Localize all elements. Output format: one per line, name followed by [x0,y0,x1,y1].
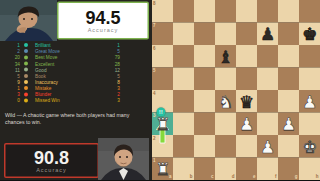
square-c4[interactable] [194,90,215,113]
legend-row-missed-win: 0Missed Win3 [7,97,120,103]
square-d5[interactable] [215,68,236,91]
bottom-player-portrait [98,138,149,180]
square-a1[interactable]: 1a♜ [152,158,173,181]
top-accuracy-label: Accuracy [88,27,119,33]
square-c2[interactable] [194,135,215,158]
file-label: e [253,175,256,180]
legend-label: Best Move [32,55,104,61]
legend-left-count: 5 [7,73,22,79]
white-pawn[interactable]: ♟ [239,115,254,132]
square-b7[interactable] [173,23,194,46]
legend-label: Book [32,73,104,79]
square-c7[interactable] [194,23,215,46]
square-e2[interactable] [236,135,257,158]
move-classification-legend: 1Brilliant12Great Move520Best Move7934Ex… [7,42,120,103]
chess-board-area: 87♟♚6♝54♞♛♟3♜♟♟2♟♚1a♜bcdefgh !! [152,0,320,180]
legend-label: Mistake [32,85,104,91]
legend-left-count: 2 [7,48,22,54]
square-g2[interactable] [278,135,299,158]
file-label: b [190,175,193,180]
square-e7[interactable] [236,23,257,46]
classification-dot-icon [24,92,28,96]
rank-label: 4 [153,91,156,96]
square-f3[interactable] [257,113,278,136]
square-d1[interactable]: d [215,158,236,181]
square-b3[interactable] [173,113,194,136]
square-g8[interactable] [278,0,299,23]
legend-label: Inaccuracy [32,79,104,85]
legend-left-count: 11 [7,67,22,73]
bottom-accuracy-value: 90.8 [34,148,69,167]
legend-left-count: 9 [7,79,22,85]
square-b1[interactable]: b [173,158,194,181]
square-f6[interactable] [257,45,278,68]
bottom-accuracy-box: 90.8 Accuracy [4,143,99,178]
square-b2[interactable] [173,135,194,158]
thumbnail-viewport: 94.5 Accuracy 1Brilliant12Great Move520B… [0,0,320,180]
white-king[interactable]: ♚ [302,138,317,155]
top-player-photo [0,0,57,41]
game-summary-text: Wild — A chaotic game where both players… [5,111,133,126]
white-rook[interactable]: ♜ [155,115,170,132]
square-f5[interactable] [257,68,278,91]
white-pawn[interactable]: ♟ [281,115,296,132]
top-accuracy-box: 94.5 Accuracy [57,2,149,40]
legend-right-count: 8 [104,79,120,85]
black-king[interactable]: ♚ [302,25,317,42]
top-player-portrait [0,0,57,41]
black-queen[interactable]: ♛ [239,93,254,110]
brilliant-move-badge: !! [157,108,166,117]
white-pawn[interactable]: ♟ [260,138,275,155]
square-b5[interactable] [173,68,194,91]
square-g4[interactable] [278,90,299,113]
legend-right-count: 5 [104,73,120,79]
legend-label: Brilliant [32,42,104,48]
legend-left-count: 34 [7,61,22,67]
square-c1[interactable]: c [194,158,215,181]
square-a8[interactable]: 8 [152,0,173,23]
legend-right-count: 3 [104,98,120,104]
legend-label: Excellent [32,61,104,67]
legend-right-count: 3 [104,85,120,91]
square-f2[interactable]: ♟ [257,135,278,158]
stage: 94.5 Accuracy 1Brilliant12Great Move520B… [0,0,320,180]
square-c5[interactable] [194,68,215,91]
legend-left-count: 1 [7,85,22,91]
classification-dot-icon [24,55,28,59]
legend-left-count: 20 [7,55,22,61]
square-g7[interactable] [278,23,299,46]
square-d7[interactable] [215,23,236,46]
bottom-accuracy-label: Accuracy [36,167,67,173]
square-a7[interactable]: 7 [152,23,173,46]
white-knight[interactable]: ♞ [218,93,233,110]
rank-label: 8 [153,1,156,6]
square-a6[interactable]: 6 [152,45,173,68]
square-d4[interactable]: ♞ [215,90,236,113]
square-e4[interactable]: ♛ [236,90,257,113]
legend-left-count: 3 [7,92,22,98]
legend-left-count: 0 [7,98,22,104]
square-c8[interactable] [194,0,215,23]
classification-dot-icon [24,68,28,72]
square-c6[interactable] [194,45,215,68]
legend-label: Missed Win [32,98,104,104]
chess-board: 87♟♚6♝54♞♛♟3♜♟♟2♟♚1a♜bcdefgh [152,0,320,180]
classification-dot-icon [24,98,28,102]
legend-right-count: 5 [104,48,120,54]
square-d2[interactable] [215,135,236,158]
square-h7[interactable]: ♚ [299,23,320,46]
square-b8[interactable] [173,0,194,23]
square-e6[interactable] [236,45,257,68]
square-g6[interactable] [278,45,299,68]
square-e5[interactable] [236,68,257,91]
legend-right-count: 28 [104,61,120,67]
legend-label: Good [32,67,104,73]
square-f1[interactable]: f [257,158,278,181]
square-c3[interactable] [194,113,215,136]
legend-label: Blunder [32,92,104,98]
classification-dot-icon [24,43,28,47]
classification-dot-icon [24,74,28,78]
square-g5[interactable] [278,68,299,91]
square-e1[interactable]: e [236,158,257,181]
square-b6[interactable] [173,45,194,68]
square-d3[interactable] [215,113,236,136]
square-f8[interactable] [257,0,278,23]
square-f7[interactable]: ♟ [257,23,278,46]
square-b4[interactable] [173,90,194,113]
square-h5[interactable] [299,68,320,91]
black-pawn[interactable]: ♟ [260,25,275,42]
legend-right-count: 2 [104,92,120,98]
square-f4[interactable] [257,90,278,113]
square-h1[interactable]: h [299,158,320,181]
file-label: f [275,175,277,180]
square-e8[interactable] [236,0,257,23]
square-d6[interactable]: ♝ [215,45,236,68]
rank-label: 5 [153,69,156,74]
file-label: c [211,175,214,180]
file-label: h [316,175,319,180]
bottom-player-photo [98,138,149,180]
black-bishop[interactable]: ♝ [218,48,233,65]
legend-left-count: 1 [7,42,22,48]
square-e3[interactable]: ♟ [236,113,257,136]
file-label: g [295,175,298,180]
white-pawn[interactable]: ♟ [302,93,317,110]
rank-label: 6 [153,46,156,51]
classification-dot-icon [24,62,28,66]
legend-right-count: 1 [104,42,120,48]
classification-dot-icon [24,49,28,53]
square-h8[interactable] [299,0,320,23]
legend-right-count: 12 [104,67,120,73]
square-a5[interactable]: 5 [152,68,173,91]
top-accuracy-value: 94.5 [85,8,120,27]
square-h4[interactable]: ♟ [299,90,320,113]
square-h3[interactable] [299,113,320,136]
square-g1[interactable]: g [278,158,299,181]
legend-label: Great Move [32,48,104,54]
square-h2[interactable]: ♚ [299,135,320,158]
classification-dot-icon [24,80,28,84]
file-label: d [232,175,235,180]
square-d8[interactable] [215,0,236,23]
rank-label: 7 [153,24,156,29]
square-h6[interactable] [299,45,320,68]
square-g3[interactable]: ♟ [278,113,299,136]
legend-right-count: 79 [104,55,120,61]
white-rook[interactable]: ♜ [155,160,170,177]
classification-dot-icon [24,86,28,90]
